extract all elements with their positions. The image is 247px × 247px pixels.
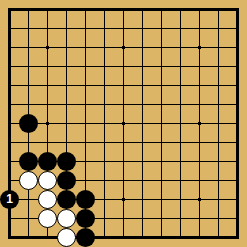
- black-stone: [76, 209, 95, 228]
- white-stone: [57, 228, 76, 247]
- white-stone: [38, 209, 57, 228]
- go-diagram: 1: [0, 0, 247, 247]
- white-stone: [38, 190, 57, 209]
- black-stone: [57, 171, 76, 190]
- marked-move-stone: 1: [0, 190, 19, 209]
- black-stone: [57, 152, 76, 171]
- white-stone: [38, 171, 57, 190]
- black-stone: [38, 152, 57, 171]
- go-board: 1: [0, 0, 247, 247]
- black-stone: [19, 114, 38, 133]
- white-stone: [57, 209, 76, 228]
- black-stone: [57, 190, 76, 209]
- black-stone: [19, 152, 38, 171]
- black-stone: [76, 228, 95, 247]
- black-stone: [76, 190, 95, 209]
- move-number-label: 1: [6, 190, 13, 209]
- white-stone: [19, 171, 38, 190]
